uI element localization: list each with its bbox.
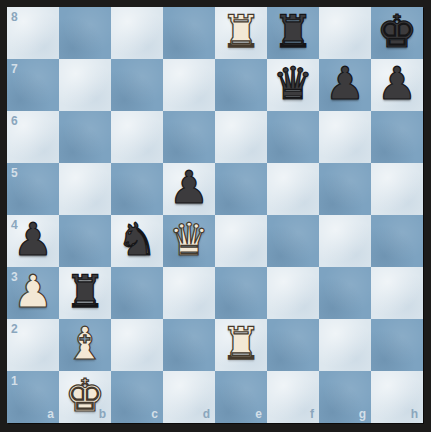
square-g8[interactable] — [319, 7, 371, 59]
square-h3[interactable] — [371, 267, 423, 319]
rank-label-8: 8 — [11, 11, 18, 23]
square-c8[interactable] — [111, 7, 163, 59]
rank-label-5: 5 — [11, 167, 18, 179]
file-label-d: d — [203, 408, 210, 420]
square-b3[interactable]: ♜ — [59, 267, 111, 319]
piece-white-king-b1[interactable]: ♚ — [65, 370, 105, 422]
square-d4[interactable]: ♛ — [163, 215, 215, 267]
square-c3[interactable] — [111, 267, 163, 319]
square-c5[interactable] — [111, 163, 163, 215]
square-e4[interactable] — [215, 215, 267, 267]
piece-white-rook-e8[interactable]: ♜ — [221, 6, 261, 58]
square-g5[interactable] — [319, 163, 371, 215]
file-label-h: h — [411, 408, 418, 420]
rank-label-6: 6 — [11, 115, 18, 127]
square-b7[interactable] — [59, 59, 111, 111]
square-d7[interactable] — [163, 59, 215, 111]
square-f3[interactable] — [267, 267, 319, 319]
square-c1[interactable]: c — [111, 371, 163, 423]
square-e3[interactable] — [215, 267, 267, 319]
square-a4[interactable]: 4♟ — [7, 215, 59, 267]
square-e8[interactable]: ♜ — [215, 7, 267, 59]
square-e7[interactable] — [215, 59, 267, 111]
rank-label-1: 1 — [11, 375, 18, 387]
piece-black-rook-f8[interactable]: ♜ — [273, 6, 313, 58]
square-f8[interactable]: ♜ — [267, 7, 319, 59]
square-g7[interactable]: ♟ — [319, 59, 371, 111]
square-e2[interactable]: ♜ — [215, 319, 267, 371]
piece-black-pawn-h7[interactable]: ♟ — [377, 58, 417, 110]
piece-white-rook-e2[interactable]: ♜ — [221, 318, 261, 370]
square-d3[interactable] — [163, 267, 215, 319]
square-b5[interactable] — [59, 163, 111, 215]
square-d6[interactable] — [163, 111, 215, 163]
square-g2[interactable] — [319, 319, 371, 371]
square-c4[interactable]: ♞ — [111, 215, 163, 267]
chess-board: 8♜♜♚7♛♟♟65♟4♟♞♛3♟♜2♝♜1ab♚cdefgh — [7, 7, 423, 423]
square-b6[interactable] — [59, 111, 111, 163]
square-h2[interactable] — [371, 319, 423, 371]
square-h6[interactable] — [371, 111, 423, 163]
square-b4[interactable] — [59, 215, 111, 267]
square-f1[interactable]: f — [267, 371, 319, 423]
square-a8[interactable]: 8 — [7, 7, 59, 59]
square-d2[interactable] — [163, 319, 215, 371]
square-b8[interactable] — [59, 7, 111, 59]
piece-black-pawn-a4[interactable]: ♟ — [13, 214, 53, 266]
square-f5[interactable] — [267, 163, 319, 215]
square-h1[interactable]: h — [371, 371, 423, 423]
piece-black-queen-f7[interactable]: ♛ — [273, 58, 313, 110]
square-e5[interactable] — [215, 163, 267, 215]
square-d1[interactable]: d — [163, 371, 215, 423]
square-h7[interactable]: ♟ — [371, 59, 423, 111]
square-h4[interactable] — [371, 215, 423, 267]
square-a5[interactable]: 5 — [7, 163, 59, 215]
square-b2[interactable]: ♝ — [59, 319, 111, 371]
piece-white-pawn-a3[interactable]: ♟ — [13, 266, 53, 318]
file-label-e: e — [255, 408, 262, 420]
piece-white-queen-d4[interactable]: ♛ — [169, 214, 209, 266]
square-a3[interactable]: 3♟ — [7, 267, 59, 319]
square-g6[interactable] — [319, 111, 371, 163]
rank-label-7: 7 — [11, 63, 18, 75]
square-a6[interactable]: 6 — [7, 111, 59, 163]
piece-black-king-h8[interactable]: ♚ — [377, 6, 417, 58]
square-c7[interactable] — [111, 59, 163, 111]
rank-label-2: 2 — [11, 323, 18, 335]
file-label-g: g — [359, 408, 366, 420]
square-a2[interactable]: 2 — [7, 319, 59, 371]
square-e1[interactable]: e — [215, 371, 267, 423]
square-d8[interactable] — [163, 7, 215, 59]
square-a7[interactable]: 7 — [7, 59, 59, 111]
file-label-c: c — [151, 408, 158, 420]
square-f7[interactable]: ♛ — [267, 59, 319, 111]
square-b1[interactable]: b♚ — [59, 371, 111, 423]
square-e6[interactable] — [215, 111, 267, 163]
piece-black-pawn-g7[interactable]: ♟ — [325, 58, 365, 110]
file-label-a: a — [47, 408, 54, 420]
file-label-f: f — [310, 408, 314, 420]
square-g3[interactable] — [319, 267, 371, 319]
piece-black-rook-b3[interactable]: ♜ — [65, 266, 105, 318]
square-a1[interactable]: 1a — [7, 371, 59, 423]
square-c2[interactable] — [111, 319, 163, 371]
square-h5[interactable] — [371, 163, 423, 215]
piece-white-bishop-b2[interactable]: ♝ — [65, 318, 105, 370]
square-f2[interactable] — [267, 319, 319, 371]
board-frame: 8♜♜♚7♛♟♟65♟4♟♞♛3♟♜2♝♜1ab♚cdefgh — [0, 0, 431, 432]
square-c6[interactable] — [111, 111, 163, 163]
piece-black-knight-c4[interactable]: ♞ — [117, 214, 157, 266]
piece-black-pawn-d5[interactable]: ♟ — [169, 162, 209, 214]
square-f4[interactable] — [267, 215, 319, 267]
square-g4[interactable] — [319, 215, 371, 267]
square-d5[interactable]: ♟ — [163, 163, 215, 215]
square-h8[interactable]: ♚ — [371, 7, 423, 59]
square-f6[interactable] — [267, 111, 319, 163]
square-g1[interactable]: g — [319, 371, 371, 423]
